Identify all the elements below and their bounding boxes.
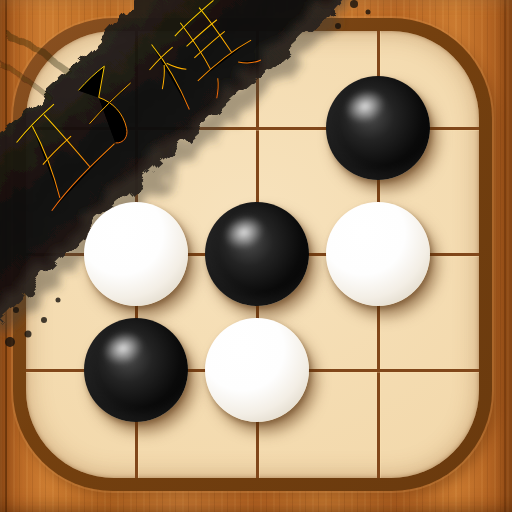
stone-black[interactable]: [326, 76, 430, 180]
wood-groove-right: [504, 0, 506, 512]
app-icon: 五子棋: [0, 0, 512, 512]
stone-white[interactable]: [84, 202, 188, 306]
stone-black[interactable]: [205, 202, 309, 306]
wood-groove-left: [5, 0, 7, 512]
stone-white[interactable]: [326, 202, 430, 306]
stone-black[interactable]: [84, 318, 188, 422]
stone-white[interactable]: [205, 318, 309, 422]
